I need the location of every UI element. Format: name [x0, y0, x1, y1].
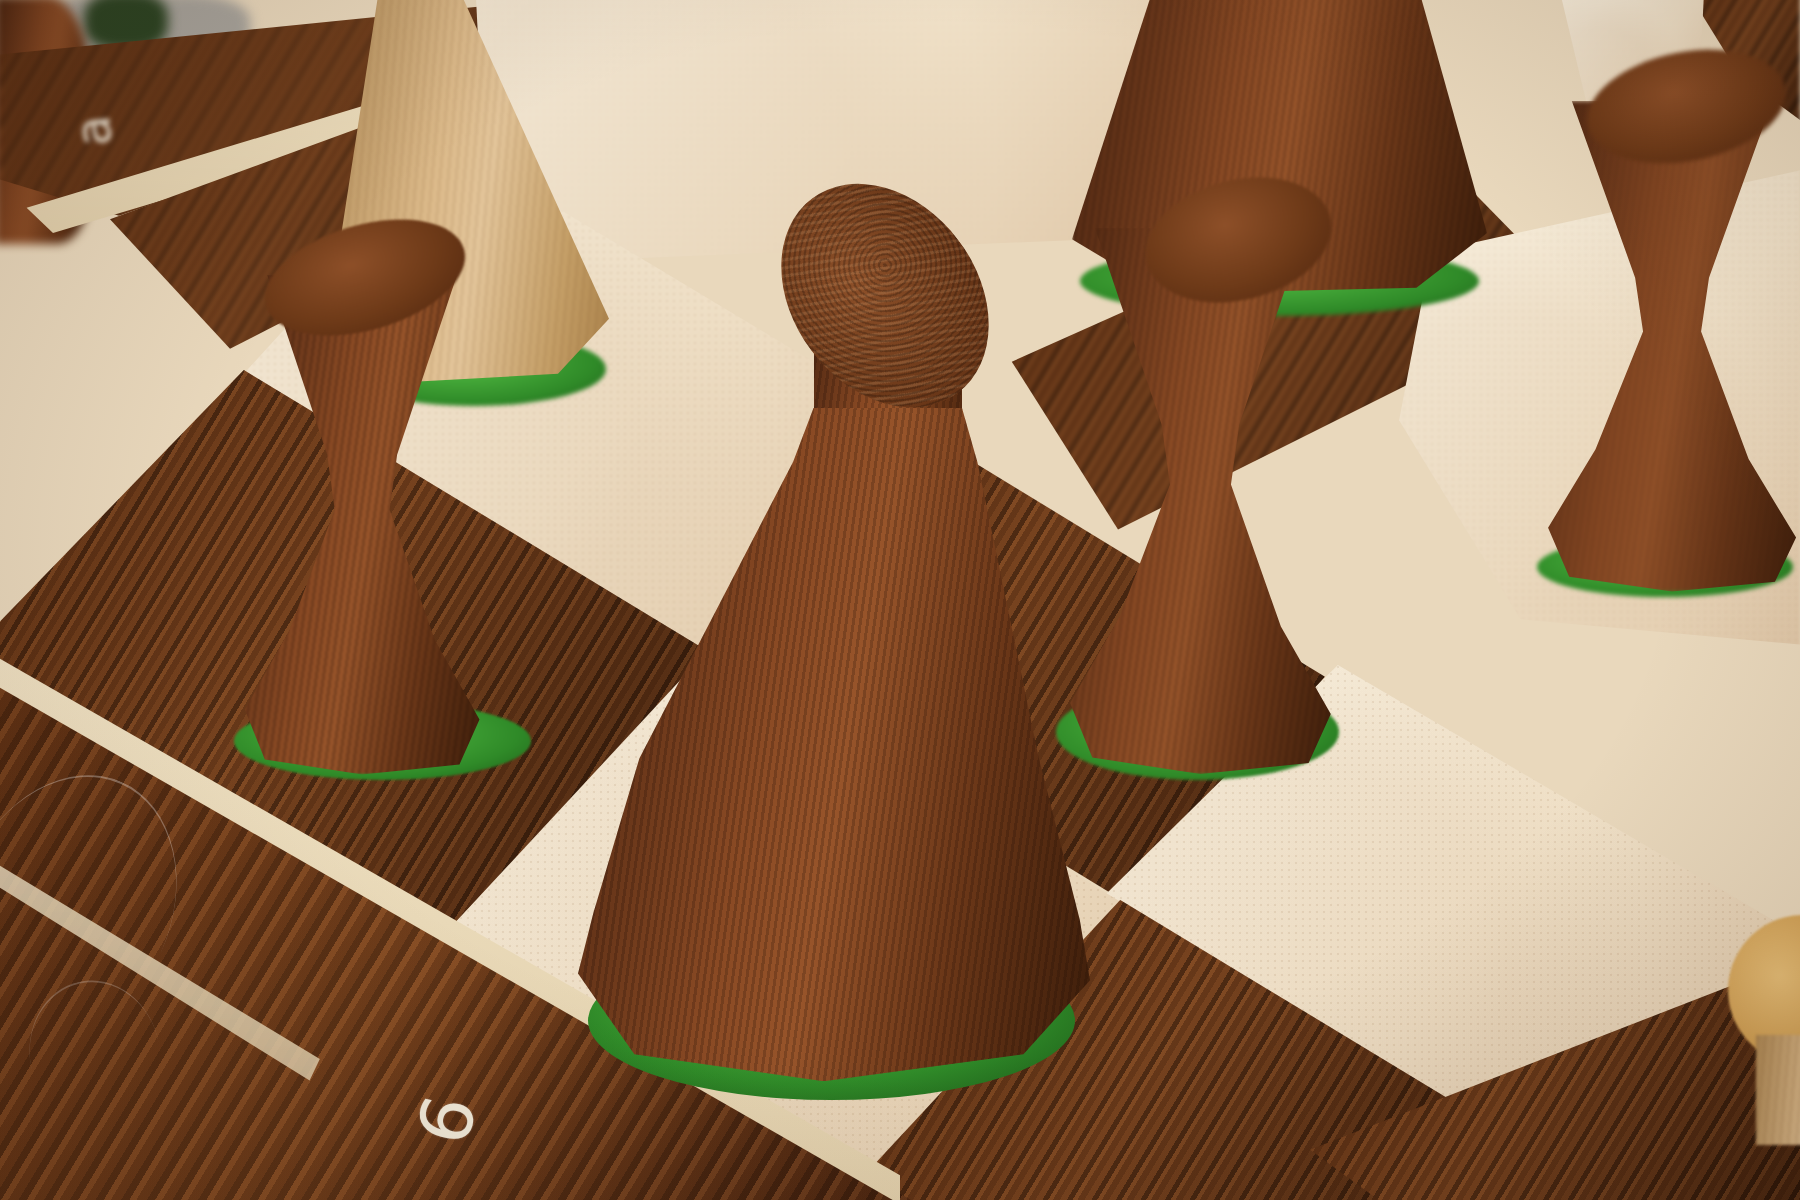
photo-vignette	[0, 0, 1800, 1200]
chessboard-photo: 6 a	[0, 0, 1800, 1200]
